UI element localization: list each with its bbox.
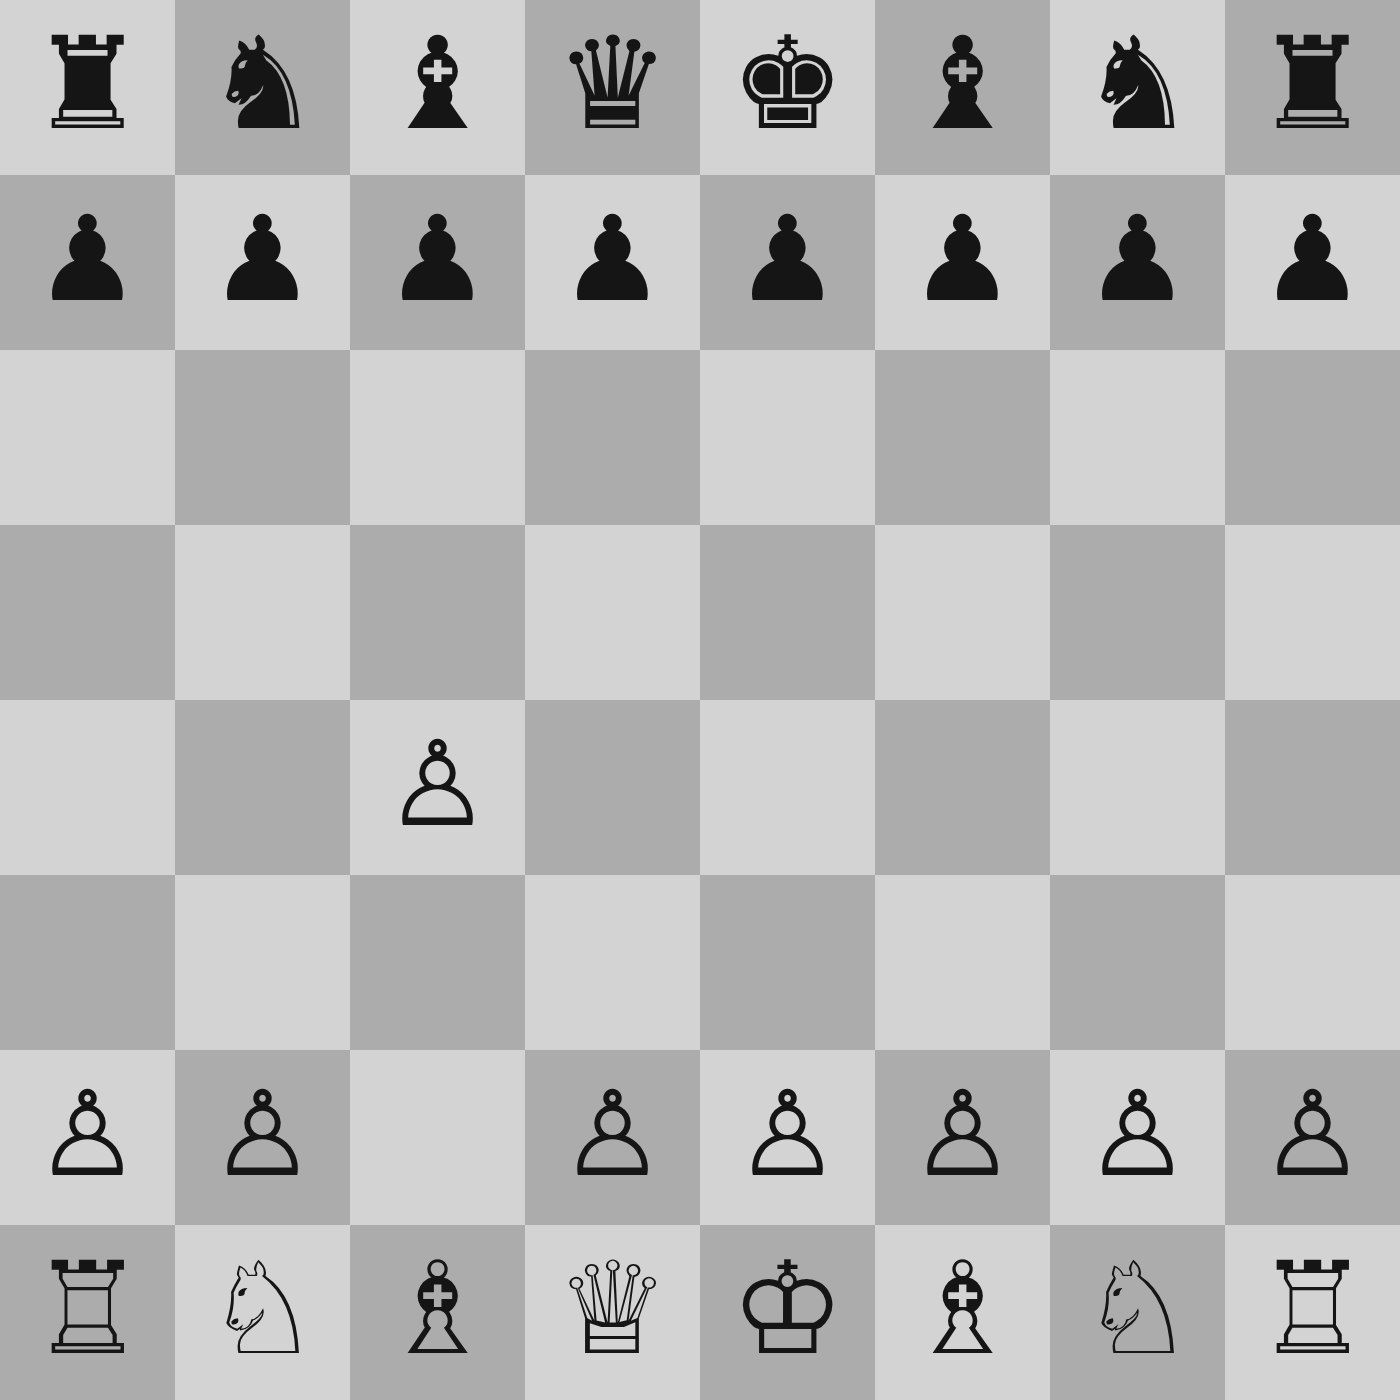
square-b1[interactable]: ♘︎ <box>175 1225 350 1400</box>
piece-white-rook[interactable]: ♖︎ <box>1255 1245 1370 1373</box>
square-e2[interactable]: ♙︎ <box>700 1050 875 1225</box>
square-e7[interactable]: ♟︎ <box>700 175 875 350</box>
piece-black-rook[interactable]: ♜︎ <box>30 20 145 148</box>
square-f6[interactable] <box>875 350 1050 525</box>
square-c4[interactable]: ♙︎ <box>350 700 525 875</box>
piece-white-queen[interactable]: ♕︎ <box>555 1245 670 1373</box>
square-d7[interactable]: ♟︎ <box>525 175 700 350</box>
square-c2[interactable] <box>350 1050 525 1225</box>
piece-black-pawn[interactable]: ♟︎ <box>35 200 141 318</box>
square-g5[interactable] <box>1050 525 1225 700</box>
square-g1[interactable]: ♘︎ <box>1050 1225 1225 1400</box>
piece-black-knight[interactable]: ♞︎ <box>205 20 320 148</box>
piece-white-pawn[interactable]: ♙︎ <box>35 1075 141 1193</box>
piece-black-rook[interactable]: ♜︎ <box>1255 20 1370 148</box>
square-b7[interactable]: ♟︎ <box>175 175 350 350</box>
piece-black-king[interactable]: ♚︎ <box>730 20 845 148</box>
square-c1[interactable]: ♗︎ <box>350 1225 525 1400</box>
square-a4[interactable] <box>0 700 175 875</box>
piece-white-pawn[interactable]: ♙︎ <box>735 1075 841 1193</box>
square-a8[interactable]: ♜︎ <box>0 0 175 175</box>
square-g6[interactable] <box>1050 350 1225 525</box>
piece-white-knight[interactable]: ♘︎ <box>1080 1245 1195 1373</box>
square-e3[interactable] <box>700 875 875 1050</box>
piece-white-pawn[interactable]: ♙︎ <box>1085 1075 1191 1193</box>
square-d5[interactable] <box>525 525 700 700</box>
piece-white-rook[interactable]: ♖︎ <box>30 1245 145 1373</box>
square-d3[interactable] <box>525 875 700 1050</box>
square-d8[interactable]: ♛︎ <box>525 0 700 175</box>
piece-white-knight[interactable]: ♘︎ <box>205 1245 320 1373</box>
square-h2[interactable]: ♙︎ <box>1225 1050 1400 1225</box>
piece-black-bishop[interactable]: ♝︎ <box>380 20 495 148</box>
square-b6[interactable] <box>175 350 350 525</box>
square-f3[interactable] <box>875 875 1050 1050</box>
piece-black-pawn[interactable]: ♟︎ <box>560 200 666 318</box>
square-g7[interactable]: ♟︎ <box>1050 175 1225 350</box>
square-f8[interactable]: ♝︎ <box>875 0 1050 175</box>
piece-white-king[interactable]: ♔︎ <box>730 1245 845 1373</box>
square-a5[interactable] <box>0 525 175 700</box>
square-d2[interactable]: ♙︎ <box>525 1050 700 1225</box>
square-a1[interactable]: ♖︎ <box>0 1225 175 1400</box>
square-d6[interactable] <box>525 350 700 525</box>
piece-white-bishop[interactable]: ♗︎ <box>380 1245 495 1373</box>
square-b8[interactable]: ♞︎ <box>175 0 350 175</box>
piece-white-bishop[interactable]: ♗︎ <box>905 1245 1020 1373</box>
square-h8[interactable]: ♜︎ <box>1225 0 1400 175</box>
piece-black-pawn[interactable]: ♟︎ <box>735 200 841 318</box>
square-f2[interactable]: ♙︎ <box>875 1050 1050 1225</box>
piece-black-queen[interactable]: ♛︎ <box>555 20 670 148</box>
square-h1[interactable]: ♖︎ <box>1225 1225 1400 1400</box>
square-c7[interactable]: ♟︎ <box>350 175 525 350</box>
piece-black-pawn[interactable]: ♟︎ <box>1085 200 1191 318</box>
piece-black-pawn[interactable]: ♟︎ <box>385 200 491 318</box>
square-b4[interactable] <box>175 700 350 875</box>
square-d4[interactable] <box>525 700 700 875</box>
piece-black-knight[interactable]: ♞︎ <box>1080 20 1195 148</box>
square-f4[interactable] <box>875 700 1050 875</box>
square-h4[interactable] <box>1225 700 1400 875</box>
square-a6[interactable] <box>0 350 175 525</box>
square-c6[interactable] <box>350 350 525 525</box>
piece-white-pawn[interactable]: ♙︎ <box>210 1075 316 1193</box>
square-g8[interactable]: ♞︎ <box>1050 0 1225 175</box>
square-h6[interactable] <box>1225 350 1400 525</box>
square-c5[interactable] <box>350 525 525 700</box>
square-h3[interactable] <box>1225 875 1400 1050</box>
piece-black-pawn[interactable]: ♟︎ <box>910 200 1016 318</box>
square-e6[interactable] <box>700 350 875 525</box>
piece-white-pawn[interactable]: ♙︎ <box>560 1075 666 1193</box>
square-f7[interactable]: ♟︎ <box>875 175 1050 350</box>
square-e4[interactable] <box>700 700 875 875</box>
square-h5[interactable] <box>1225 525 1400 700</box>
piece-black-pawn[interactable]: ♟︎ <box>1260 200 1366 318</box>
piece-black-pawn[interactable]: ♟︎ <box>210 200 316 318</box>
square-f1[interactable]: ♗︎ <box>875 1225 1050 1400</box>
square-c8[interactable]: ♝︎ <box>350 0 525 175</box>
piece-black-bishop[interactable]: ♝︎ <box>905 20 1020 148</box>
square-f5[interactable] <box>875 525 1050 700</box>
square-b3[interactable] <box>175 875 350 1050</box>
square-a3[interactable] <box>0 875 175 1050</box>
square-a2[interactable]: ♙︎ <box>0 1050 175 1225</box>
square-b2[interactable]: ♙︎ <box>175 1050 350 1225</box>
square-a7[interactable]: ♟︎ <box>0 175 175 350</box>
square-e1[interactable]: ♔︎ <box>700 1225 875 1400</box>
piece-white-pawn[interactable]: ♙︎ <box>1260 1075 1366 1193</box>
piece-white-pawn[interactable]: ♙︎ <box>910 1075 1016 1193</box>
square-g3[interactable] <box>1050 875 1225 1050</box>
square-h7[interactable]: ♟︎ <box>1225 175 1400 350</box>
square-e8[interactable]: ♚︎ <box>700 0 875 175</box>
square-c3[interactable] <box>350 875 525 1050</box>
square-g2[interactable]: ♙︎ <box>1050 1050 1225 1225</box>
piece-white-pawn[interactable]: ♙︎ <box>385 725 491 843</box>
square-g4[interactable] <box>1050 700 1225 875</box>
square-b5[interactable] <box>175 525 350 700</box>
chess-board: ♜︎♞︎♝︎♛︎♚︎♝︎♞︎♜︎♟︎♟︎♟︎♟︎♟︎♟︎♟︎♟︎♙︎♙︎♙︎♙︎… <box>0 0 1400 1400</box>
square-e5[interactable] <box>700 525 875 700</box>
square-d1[interactable]: ♕︎ <box>525 1225 700 1400</box>
